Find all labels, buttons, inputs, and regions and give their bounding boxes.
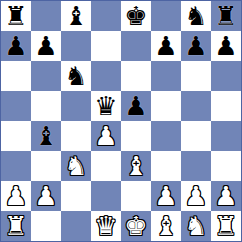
white-bishop[interactable]: ♝ — [154, 211, 177, 241]
square-d6[interactable] — [91, 61, 121, 91]
black-pawn[interactable]: ♟ — [154, 31, 177, 61]
square-f6[interactable] — [151, 61, 181, 91]
square-d1[interactable]: ♛ — [91, 211, 121, 241]
white-queen[interactable]: ♛ — [94, 211, 117, 241]
black-bishop[interactable]: ♝ — [34, 121, 57, 151]
square-c2[interactable] — [61, 181, 91, 211]
square-a3[interactable] — [1, 151, 31, 181]
black-king[interactable]: ♚ — [124, 1, 147, 31]
square-a1[interactable]: ♜ — [1, 211, 31, 241]
square-b4[interactable]: ♝ — [31, 121, 61, 151]
square-e4[interactable] — [121, 121, 151, 151]
square-b7[interactable]: ♟ — [31, 31, 61, 61]
white-pawn[interactable]: ♟ — [34, 181, 57, 211]
square-f5[interactable] — [151, 91, 181, 121]
square-g4[interactable] — [181, 121, 211, 151]
black-queen[interactable]: ♛ — [94, 91, 117, 121]
white-knight[interactable]: ♞ — [184, 211, 207, 241]
square-e3[interactable]: ♝ — [121, 151, 151, 181]
black-pawn[interactable]: ♟ — [184, 31, 207, 61]
square-h4[interactable] — [211, 121, 241, 151]
white-rook[interactable]: ♜ — [214, 211, 237, 241]
white-pawn[interactable]: ♟ — [4, 181, 27, 211]
square-e7[interactable] — [121, 31, 151, 61]
black-rook[interactable]: ♜ — [214, 1, 237, 31]
square-c3[interactable]: ♞ — [61, 151, 91, 181]
square-a8[interactable]: ♜ — [1, 1, 31, 31]
black-bishop[interactable]: ♝ — [64, 1, 87, 31]
black-pawn[interactable]: ♟ — [34, 31, 57, 61]
square-g5[interactable] — [181, 91, 211, 121]
white-pawn[interactable]: ♟ — [94, 121, 117, 151]
square-d3[interactable] — [91, 151, 121, 181]
square-c4[interactable] — [61, 121, 91, 151]
square-e6[interactable] — [121, 61, 151, 91]
square-d4[interactable]: ♟ — [91, 121, 121, 151]
black-pawn[interactable]: ♟ — [4, 31, 27, 61]
square-b1[interactable] — [31, 211, 61, 241]
square-a5[interactable] — [1, 91, 31, 121]
square-g1[interactable]: ♞ — [181, 211, 211, 241]
square-f1[interactable]: ♝ — [151, 211, 181, 241]
black-rook[interactable]: ♜ — [4, 1, 27, 31]
square-e8[interactable]: ♚ — [121, 1, 151, 31]
square-a6[interactable] — [1, 61, 31, 91]
square-d7[interactable] — [91, 31, 121, 61]
square-b2[interactable]: ♟ — [31, 181, 61, 211]
square-f8[interactable] — [151, 1, 181, 31]
white-pawn[interactable]: ♟ — [184, 181, 207, 211]
square-b3[interactable] — [31, 151, 61, 181]
white-knight[interactable]: ♞ — [64, 151, 87, 181]
square-f4[interactable] — [151, 121, 181, 151]
square-e1[interactable]: ♚ — [121, 211, 151, 241]
square-d5[interactable]: ♛ — [91, 91, 121, 121]
square-e2[interactable] — [121, 181, 151, 211]
square-c1[interactable] — [61, 211, 91, 241]
square-f3[interactable] — [151, 151, 181, 181]
square-g3[interactable] — [181, 151, 211, 181]
square-g6[interactable] — [181, 61, 211, 91]
white-rook[interactable]: ♜ — [4, 211, 27, 241]
square-d8[interactable] — [91, 1, 121, 31]
square-e5[interactable]: ♟ — [121, 91, 151, 121]
black-pawn[interactable]: ♟ — [124, 91, 147, 121]
black-pawn[interactable]: ♟ — [214, 31, 237, 61]
white-bishop[interactable]: ♝ — [124, 151, 147, 181]
square-a2[interactable]: ♟ — [1, 181, 31, 211]
black-knight[interactable]: ♞ — [184, 1, 207, 31]
square-c7[interactable] — [61, 31, 91, 61]
black-knight[interactable]: ♞ — [64, 61, 87, 91]
square-h6[interactable] — [211, 61, 241, 91]
square-d2[interactable] — [91, 181, 121, 211]
square-h2[interactable]: ♟ — [211, 181, 241, 211]
square-b6[interactable] — [31, 61, 61, 91]
white-king[interactable]: ♚ — [124, 211, 147, 241]
square-g7[interactable]: ♟ — [181, 31, 211, 61]
square-c5[interactable] — [61, 91, 91, 121]
square-h8[interactable]: ♜ — [211, 1, 241, 31]
square-f7[interactable]: ♟ — [151, 31, 181, 61]
square-a4[interactable] — [1, 121, 31, 151]
square-c6[interactable]: ♞ — [61, 61, 91, 91]
square-h7[interactable]: ♟ — [211, 31, 241, 61]
white-pawn[interactable]: ♟ — [214, 181, 237, 211]
square-g2[interactable]: ♟ — [181, 181, 211, 211]
square-f2[interactable]: ♟ — [151, 181, 181, 211]
square-h3[interactable] — [211, 151, 241, 181]
white-pawn[interactable]: ♟ — [154, 181, 177, 211]
square-g8[interactable]: ♞ — [181, 1, 211, 31]
square-b5[interactable] — [31, 91, 61, 121]
square-a7[interactable]: ♟ — [1, 31, 31, 61]
square-h1[interactable]: ♜ — [211, 211, 241, 241]
square-c8[interactable]: ♝ — [61, 1, 91, 31]
square-b8[interactable] — [31, 1, 61, 31]
chess-board: ♜♝♚♞♜♟♟♟♟♟♞♛♟♝♟♞♝♟♟♟♟♟♜♛♚♝♞♜ — [0, 0, 242, 242]
square-h5[interactable] — [211, 91, 241, 121]
